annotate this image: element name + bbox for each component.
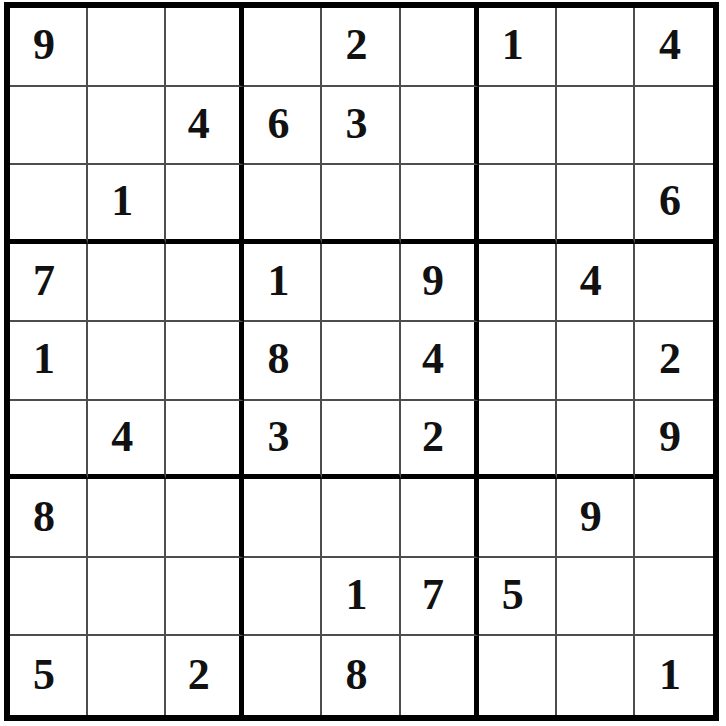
cell-r6c6[interactable]: 2 (401, 401, 479, 480)
cell-r4c3[interactable] (166, 244, 244, 323)
cell-r3c7[interactable] (479, 165, 557, 244)
cell-r3c9[interactable]: 6 (635, 165, 713, 244)
cell-r9c1[interactable]: 5 (10, 636, 88, 715)
cell-r2c6[interactable] (401, 87, 479, 166)
cell-r6c4[interactable]: 3 (244, 401, 322, 480)
cell-r7c1[interactable]: 8 (10, 479, 88, 558)
cell-r5c1[interactable]: 1 (10, 322, 88, 401)
cell-r7c3[interactable] (166, 479, 244, 558)
cell-r2c1[interactable] (10, 87, 88, 166)
cell-r4c2[interactable] (88, 244, 166, 323)
given-digit: 6 (267, 102, 289, 146)
cell-r1c2[interactable] (88, 8, 166, 87)
given-digit: 1 (345, 573, 367, 617)
cell-r8c9[interactable] (635, 558, 713, 637)
cell-r6c8[interactable] (557, 401, 635, 480)
given-digit: 1 (111, 179, 133, 223)
cell-r5c7[interactable] (479, 322, 557, 401)
cell-r5c3[interactable] (166, 322, 244, 401)
given-digit: 2 (345, 23, 367, 67)
cell-r9c9[interactable]: 1 (635, 636, 713, 715)
cell-r6c5[interactable] (322, 401, 400, 480)
cell-r1c1[interactable]: 9 (10, 8, 88, 87)
given-digit: 8 (345, 653, 367, 697)
cell-r9c3[interactable]: 2 (166, 636, 244, 715)
cell-r5c2[interactable] (88, 322, 166, 401)
cell-r9c5[interactable]: 8 (322, 636, 400, 715)
cell-r2c2[interactable] (88, 87, 166, 166)
cell-r7c5[interactable] (322, 479, 400, 558)
given-digit: 7 (422, 573, 444, 617)
given-digit: 2 (422, 415, 444, 459)
cell-r6c9[interactable]: 9 (635, 401, 713, 480)
cell-r7c9[interactable] (635, 479, 713, 558)
cell-r4c5[interactable] (322, 244, 400, 323)
given-digit: 9 (33, 23, 55, 67)
cell-r7c6[interactable] (401, 479, 479, 558)
cell-r5c9[interactable]: 2 (635, 322, 713, 401)
cell-r3c5[interactable] (322, 165, 400, 244)
cell-r8c8[interactable] (557, 558, 635, 637)
cell-r9c6[interactable] (401, 636, 479, 715)
given-digit: 9 (580, 495, 602, 539)
given-digit: 6 (659, 179, 681, 223)
cell-r2c4[interactable]: 6 (244, 87, 322, 166)
given-digit: 4 (111, 415, 133, 459)
given-digit: 9 (659, 415, 681, 459)
cell-r3c3[interactable] (166, 165, 244, 244)
given-digit: 1 (33, 337, 55, 381)
cell-r5c5[interactable] (322, 322, 400, 401)
cell-r8c3[interactable] (166, 558, 244, 637)
given-digit: 5 (502, 573, 524, 617)
cell-r6c3[interactable] (166, 401, 244, 480)
cell-r1c3[interactable] (166, 8, 244, 87)
cell-r4c6[interactable]: 9 (401, 244, 479, 323)
cell-r8c7[interactable]: 5 (479, 558, 557, 637)
cell-r9c4[interactable] (244, 636, 322, 715)
cell-r8c2[interactable] (88, 558, 166, 637)
sudoku-board: 921446316719418424329891755281 (4, 2, 719, 721)
cell-r8c1[interactable] (10, 558, 88, 637)
cell-r7c7[interactable] (479, 479, 557, 558)
cell-r1c7[interactable]: 1 (479, 8, 557, 87)
cell-r7c4[interactable] (244, 479, 322, 558)
cell-r1c6[interactable] (401, 8, 479, 87)
cell-r3c4[interactable] (244, 165, 322, 244)
cell-r9c2[interactable] (88, 636, 166, 715)
given-digit: 3 (267, 415, 289, 459)
cell-r1c8[interactable] (557, 8, 635, 87)
given-digit: 9 (422, 259, 444, 303)
cell-r6c1[interactable] (10, 401, 88, 480)
cell-r4c1[interactable]: 7 (10, 244, 88, 323)
given-digit: 4 (188, 102, 210, 146)
given-digit: 8 (33, 495, 55, 539)
cell-r8c5[interactable]: 1 (322, 558, 400, 637)
cell-r3c8[interactable] (557, 165, 635, 244)
given-digit: 4 (580, 259, 602, 303)
given-digit: 4 (422, 337, 444, 381)
cell-r5c4[interactable]: 8 (244, 322, 322, 401)
cell-r2c8[interactable] (557, 87, 635, 166)
given-digit: 1 (267, 259, 289, 303)
cell-r6c7[interactable] (479, 401, 557, 480)
cell-r2c5[interactable]: 3 (322, 87, 400, 166)
cell-r3c6[interactable] (401, 165, 479, 244)
cell-r7c8[interactable]: 9 (557, 479, 635, 558)
given-digit: 5 (33, 653, 55, 697)
cell-r2c9[interactable] (635, 87, 713, 166)
given-digit: 2 (659, 337, 681, 381)
cell-r3c2[interactable]: 1 (88, 165, 166, 244)
given-digit: 4 (659, 23, 681, 67)
cell-r5c8[interactable] (557, 322, 635, 401)
given-digit: 1 (502, 23, 524, 67)
cell-r4c4[interactable]: 1 (244, 244, 322, 323)
cell-r1c5[interactable]: 2 (322, 8, 400, 87)
sudoku-puzzle: 921446316719418424329891755281 (0, 0, 726, 726)
given-digit: 3 (345, 102, 367, 146)
cell-r3c1[interactable] (10, 165, 88, 244)
given-digit: 1 (659, 653, 681, 697)
cell-r8c6[interactable]: 7 (401, 558, 479, 637)
given-digit: 2 (188, 653, 210, 697)
given-digit: 7 (33, 259, 55, 303)
cell-r4c8[interactable]: 4 (557, 244, 635, 323)
cell-r7c2[interactable] (88, 479, 166, 558)
cell-r1c9[interactable]: 4 (635, 8, 713, 87)
cell-r8c4[interactable] (244, 558, 322, 637)
given-digit: 8 (267, 337, 289, 381)
cell-r9c8[interactable] (557, 636, 635, 715)
cell-r1c4[interactable] (244, 8, 322, 87)
cell-r5c6[interactable]: 4 (401, 322, 479, 401)
cell-r6c2[interactable]: 4 (88, 401, 166, 480)
cell-r9c7[interactable] (479, 636, 557, 715)
cell-r2c7[interactable] (479, 87, 557, 166)
cell-r4c9[interactable] (635, 244, 713, 323)
cell-r4c7[interactable] (479, 244, 557, 323)
cell-r2c3[interactable]: 4 (166, 87, 244, 166)
